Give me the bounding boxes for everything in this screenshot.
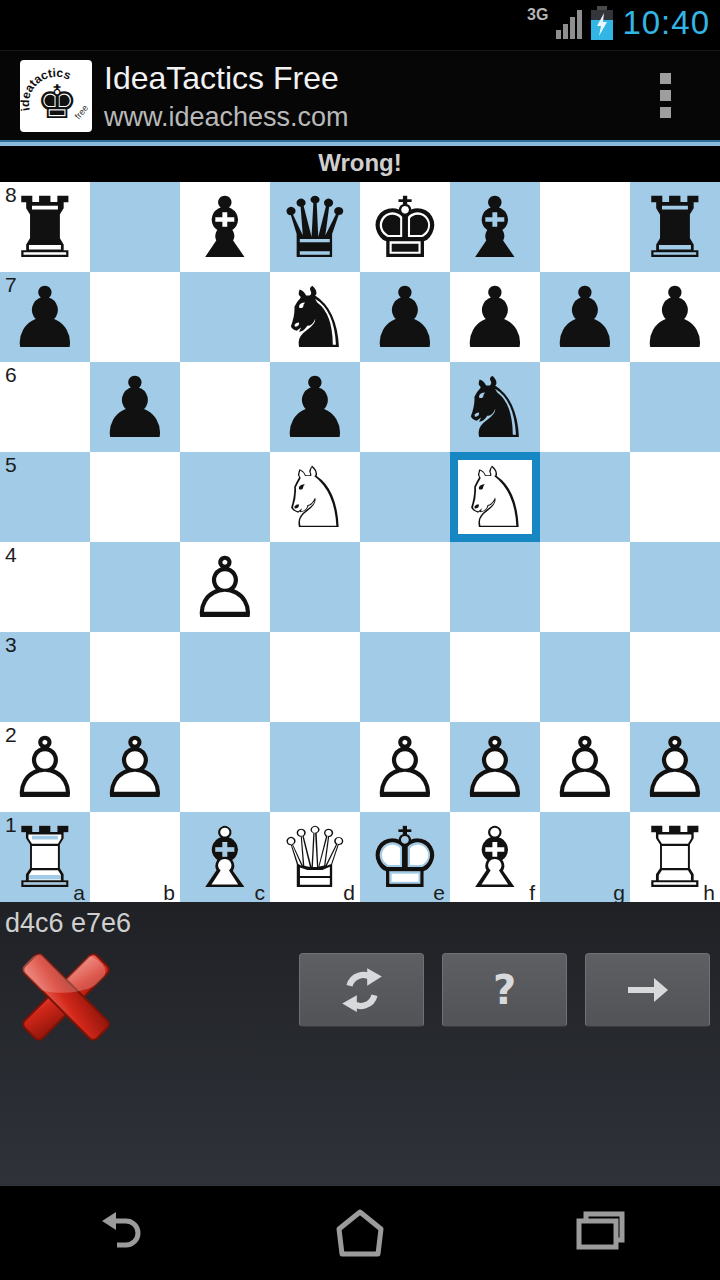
app-logo: ideatactics ♚ free xyxy=(20,60,92,132)
wrong-x-icon xyxy=(14,944,118,1050)
rank-label-7: 7 xyxy=(5,273,17,297)
square-c6[interactable] xyxy=(180,362,270,452)
square-h5[interactable] xyxy=(630,452,720,542)
rank-label-1: 1 xyxy=(5,813,17,837)
piece-p-g7: ♟ xyxy=(540,272,630,362)
piece-P-e2: ♟♙ xyxy=(360,722,450,812)
square-b5[interactable] xyxy=(90,452,180,542)
piece-b-c8: ♝ xyxy=(180,182,270,272)
recents-button[interactable] xyxy=(480,1186,720,1280)
logo-king-glyph: ♚ xyxy=(36,75,77,129)
square-f8[interactable]: ♝ xyxy=(450,182,540,272)
rank-label-2: 2 xyxy=(5,723,17,747)
result-banner: Wrong! xyxy=(0,146,720,182)
status-bar: 3G 10:40 xyxy=(0,0,720,50)
square-a3[interactable]: 3 xyxy=(0,632,90,722)
square-e2[interactable]: ♟♙ xyxy=(360,722,450,812)
square-f7[interactable]: ♟ xyxy=(450,272,540,362)
square-g8[interactable] xyxy=(540,182,630,272)
square-e3[interactable] xyxy=(360,632,450,722)
square-h1[interactable]: ♜♖h xyxy=(630,812,720,902)
back-button[interactable] xyxy=(0,1186,240,1280)
square-g4[interactable] xyxy=(540,542,630,632)
square-b8[interactable] xyxy=(90,182,180,272)
rank-label-8: 8 xyxy=(5,183,17,207)
black-king-logo: ideatactics ♚ free xyxy=(20,60,92,132)
rank-label-6: 6 xyxy=(5,363,17,387)
piece-r-h8: ♜ xyxy=(630,182,720,272)
square-d7[interactable]: ♞ xyxy=(270,272,360,362)
square-b3[interactable] xyxy=(90,632,180,722)
square-g1[interactable]: g xyxy=(540,812,630,902)
square-h2[interactable]: ♟♙ xyxy=(630,722,720,812)
app-title: IdeaTactics Free xyxy=(104,57,349,99)
chess-board[interactable]: ♜8♝♛♚♝♜♟7♞♟♟♟♟6♟♟♞5♞♘♞♘4♟♙3♟♙2♟♙♟♙♟♙♟♙♟♙… xyxy=(0,182,720,902)
app-subtitle: www.ideachess.com xyxy=(104,99,349,135)
move-list: d4c6 e7e6 xyxy=(5,908,131,939)
square-a1[interactable]: ♜♖1a xyxy=(0,812,90,902)
nav-bar xyxy=(0,1186,720,1280)
piece-N-f5: ♞♘ xyxy=(450,452,540,542)
square-d1[interactable]: ♛♕d xyxy=(270,812,360,902)
piece-n-d7: ♞ xyxy=(270,272,360,362)
piece-k-e8: ♚ xyxy=(360,182,450,272)
piece-P-h2: ♟♙ xyxy=(630,722,720,812)
square-a4[interactable]: 4 xyxy=(0,542,90,632)
square-d5[interactable]: ♞♘ xyxy=(270,452,360,542)
piece-p-h7: ♟ xyxy=(630,272,720,362)
piece-n-f6: ♞ xyxy=(450,362,540,452)
square-h4[interactable] xyxy=(630,542,720,632)
piece-p-e7: ♟ xyxy=(360,272,450,362)
square-a5[interactable]: 5 xyxy=(0,452,90,542)
square-f4[interactable] xyxy=(450,542,540,632)
refresh-icon xyxy=(337,965,387,1015)
piece-B-f1: ♝♗ xyxy=(450,812,540,902)
square-c4[interactable]: ♟♙ xyxy=(180,542,270,632)
square-c5[interactable] xyxy=(180,452,270,542)
square-b2[interactable]: ♟♙ xyxy=(90,722,180,812)
overflow-menu-icon[interactable] xyxy=(654,73,676,121)
signal-strength-icon xyxy=(556,6,582,40)
square-a8[interactable]: ♜8 xyxy=(0,182,90,272)
square-h8[interactable]: ♜ xyxy=(630,182,720,272)
piece-P-g2: ♟♙ xyxy=(540,722,630,812)
square-g2[interactable]: ♟♙ xyxy=(540,722,630,812)
rank-label-5: 5 xyxy=(5,453,17,477)
piece-p-d6: ♟ xyxy=(270,362,360,452)
rank-label-4: 4 xyxy=(5,543,17,567)
network-type-label: 3G xyxy=(527,6,548,24)
piece-N-d5: ♞♘ xyxy=(270,452,360,542)
square-a7[interactable]: ♟7 xyxy=(0,272,90,362)
square-g5[interactable] xyxy=(540,452,630,542)
bottom-panel: d4c6 e7e6 xyxy=(0,902,720,1186)
back-arrow-icon xyxy=(92,1207,148,1259)
square-e8[interactable]: ♚ xyxy=(360,182,450,272)
square-f3[interactable] xyxy=(450,632,540,722)
square-b7[interactable] xyxy=(90,272,180,362)
square-f1[interactable]: ♝♗f xyxy=(450,812,540,902)
square-f2[interactable]: ♟♙ xyxy=(450,722,540,812)
clock: 10:40 xyxy=(622,4,710,42)
square-e6[interactable] xyxy=(360,362,450,452)
square-f5[interactable]: ♞♘ xyxy=(450,452,540,542)
square-a6[interactable]: 6 xyxy=(0,362,90,452)
square-c2[interactable] xyxy=(180,722,270,812)
hint-button[interactable]: ? xyxy=(442,953,567,1027)
home-button[interactable] xyxy=(240,1186,480,1280)
rank-label-3: 3 xyxy=(5,633,17,657)
square-c7[interactable] xyxy=(180,272,270,362)
piece-b-f8: ♝ xyxy=(450,182,540,272)
piece-P-f2: ♟♙ xyxy=(450,722,540,812)
square-b4[interactable] xyxy=(90,542,180,632)
piece-P-b2: ♟♙ xyxy=(90,722,180,812)
piece-p-b6: ♟ xyxy=(90,362,180,452)
square-f6[interactable]: ♞ xyxy=(450,362,540,452)
square-h3[interactable] xyxy=(630,632,720,722)
square-d8[interactable]: ♛ xyxy=(270,182,360,272)
question-mark-icon: ? xyxy=(493,967,516,1013)
square-e1[interactable]: ♚♔e xyxy=(360,812,450,902)
square-d3[interactable] xyxy=(270,632,360,722)
square-b6[interactable]: ♟ xyxy=(90,362,180,452)
square-e4[interactable] xyxy=(360,542,450,632)
square-e7[interactable]: ♟ xyxy=(360,272,450,362)
app-bar: ideatactics ♚ free IdeaTactics Free www.… xyxy=(0,50,720,140)
square-d6[interactable]: ♟ xyxy=(270,362,360,452)
screen: 3G 10:40 ideatactics ♚ xyxy=(0,0,720,1280)
square-c8[interactable]: ♝ xyxy=(180,182,270,272)
square-d4[interactable] xyxy=(270,542,360,632)
square-d2[interactable] xyxy=(270,722,360,812)
square-c1[interactable]: ♝♗c xyxy=(180,812,270,902)
battery-charging-icon xyxy=(590,4,614,42)
arrow-right-icon xyxy=(622,968,674,1012)
piece-P-c4: ♟♙ xyxy=(180,542,270,632)
home-icon xyxy=(332,1207,388,1259)
square-g7[interactable]: ♟ xyxy=(540,272,630,362)
next-button[interactable] xyxy=(585,953,710,1027)
piece-q-d8: ♛ xyxy=(270,182,360,272)
square-g6[interactable] xyxy=(540,362,630,452)
square-a2[interactable]: ♟♙2 xyxy=(0,722,90,812)
piece-p-f7: ♟ xyxy=(450,272,540,362)
square-h7[interactable]: ♟ xyxy=(630,272,720,362)
square-b1[interactable]: b xyxy=(90,812,180,902)
square-g3[interactable] xyxy=(540,632,630,722)
recent-apps-icon xyxy=(572,1207,628,1259)
square-e5[interactable] xyxy=(360,452,450,542)
square-c3[interactable] xyxy=(180,632,270,722)
retry-button[interactable] xyxy=(299,953,424,1027)
square-h6[interactable] xyxy=(630,362,720,452)
